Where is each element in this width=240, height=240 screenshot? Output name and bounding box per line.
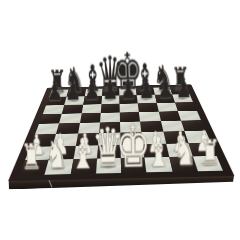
square-d3	[98, 133, 121, 145]
square-f4	[140, 121, 163, 132]
square-g5	[158, 111, 180, 121]
piece-shadow	[155, 90, 170, 94]
board-tilt-wrapper: ♜♞♝♛♚♝♞♜♟♟♟♟♟♟♟♟♟♟♟♟♟♟♟♟♜♞♝♛♚♝♞♜	[0, 0, 240, 240]
chess-board: ♜♞♝♛♚♝♞♜♟♟♟♟♟♟♟♟♟♟♟♟♟♟♟♟♜♞♝♛♚♝♞♜	[8, 84, 234, 181]
square-c4	[78, 122, 100, 133]
square-h5	[178, 111, 201, 121]
piece-shadow	[148, 161, 169, 169]
piece-shadow	[121, 98, 136, 102]
square-b1: ♞	[45, 159, 73, 175]
piece-shadow	[76, 149, 96, 156]
square-f1: ♝	[145, 157, 172, 173]
piece-shadow	[197, 160, 220, 168]
piece-shadow	[52, 92, 67, 96]
square-d6	[101, 104, 120, 113]
piece-shadow	[169, 147, 189, 154]
square-f3	[142, 132, 166, 144]
square-c3	[75, 133, 99, 145]
chess-set-photo: ♜♞♝♛♚♝♞♜♟♟♟♟♟♟♟♟♟♟♟♟♟♟♟♟♜♞♝♛♚♝♞♜	[0, 0, 240, 240]
piece-shadow	[49, 99, 65, 103]
piece-shadow	[52, 150, 72, 157]
piece-shadow	[86, 91, 100, 95]
square-h2: ♟	[188, 143, 216, 157]
piece-shadow	[85, 99, 100, 103]
square-e5	[120, 112, 140, 122]
piece-shadow	[138, 90, 152, 94]
square-h4	[181, 120, 206, 131]
square-b2: ♟	[49, 146, 75, 160]
square-b3	[53, 134, 78, 146]
square-g4	[160, 121, 184, 132]
square-b6	[62, 104, 83, 113]
square-e4	[120, 122, 142, 133]
square-d1: ♛	[96, 158, 121, 174]
square-d4	[99, 122, 120, 133]
edge-scratch-mark	[44, 179, 56, 187]
piece-shadow	[139, 97, 154, 101]
piece-shadow	[121, 90, 135, 94]
piece-shadow	[103, 98, 118, 102]
square-c5	[80, 113, 101, 123]
piece-shadow	[67, 99, 82, 103]
piece-shadow	[146, 148, 166, 155]
square-b5	[59, 113, 81, 123]
square-a6	[43, 105, 65, 114]
square-d7: ♟	[101, 96, 119, 104]
piece-shadow	[48, 164, 70, 172]
piece-shadow	[104, 91, 118, 95]
square-f2: ♟	[143, 144, 169, 158]
square-h1: ♜	[193, 156, 223, 171]
square-b4	[56, 123, 79, 134]
piece-shadow	[172, 161, 194, 169]
piece-shadow	[69, 91, 84, 95]
square-h3	[184, 131, 210, 143]
square-e2: ♟	[121, 144, 145, 158]
piece-shadow	[157, 97, 172, 101]
piece-shadow	[23, 164, 45, 172]
piece-shadow	[123, 148, 142, 155]
square-e1: ♚	[121, 157, 147, 173]
square-f6	[138, 103, 158, 112]
piece-shadow	[172, 89, 187, 93]
piece-shadow	[192, 147, 213, 154]
piece-shadow	[123, 162, 143, 170]
square-e6	[120, 103, 139, 112]
piece-shadow	[98, 163, 118, 171]
piece-shadow	[175, 97, 191, 101]
square-e3	[120, 132, 143, 144]
square-d2: ♟	[97, 145, 121, 159]
square-f5	[139, 111, 160, 121]
square-c1: ♝	[70, 158, 97, 174]
piece-shadow	[99, 149, 118, 156]
piece-shadow	[29, 150, 50, 157]
board-grid: ♜♞♝♛♚♝♞♜♟♟♟♟♟♟♟♟♟♟♟♟♟♟♟♟♜♞♝♛♚♝♞♜	[19, 87, 223, 175]
piece-shadow	[73, 163, 94, 171]
square-d5	[100, 112, 120, 122]
square-c2: ♟	[73, 145, 98, 159]
